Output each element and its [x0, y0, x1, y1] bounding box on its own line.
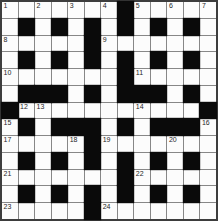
white-cell-r11c6[interactable]	[101, 186, 117, 202]
white-cell-r3c8[interactable]	[134, 52, 150, 68]
clue-number-24: 24	[103, 203, 111, 211]
white-cell-r6c10[interactable]	[167, 103, 183, 119]
clue-number-2: 2	[37, 2, 41, 10]
black-cell-r5c1	[19, 86, 35, 102]
black-cell-r1c7	[118, 19, 134, 35]
white-cell-r10c11[interactable]	[184, 170, 200, 186]
white-cell-r7c0[interactable]: 15	[2, 119, 18, 135]
clue-number-12: 12	[20, 103, 28, 111]
white-cell-r4c12[interactable]	[200, 69, 216, 85]
white-cell-r2c1[interactable]	[19, 36, 35, 52]
white-cell-r8c8[interactable]	[134, 136, 150, 152]
white-cell-r12c8[interactable]	[134, 203, 150, 219]
white-cell-r0c3[interactable]	[52, 2, 68, 18]
black-cell-r7c9	[151, 119, 167, 135]
black-cell-r5c11	[184, 86, 200, 102]
clue-number-5: 5	[136, 2, 140, 10]
black-cell-r3c1	[19, 52, 35, 68]
white-cell-r10c4[interactable]	[68, 170, 84, 186]
white-cell-r4c1[interactable]	[19, 69, 35, 85]
white-cell-r10c8[interactable]: 22	[134, 170, 150, 186]
white-cell-r10c1[interactable]	[19, 170, 35, 186]
white-cell-r12c0[interactable]: 23	[2, 203, 18, 219]
black-cell-r7c4	[68, 119, 84, 135]
white-cell-r4c5[interactable]	[85, 69, 101, 85]
white-cell-r6c9[interactable]	[151, 103, 167, 119]
white-cell-r3c0[interactable]	[2, 52, 18, 68]
white-cell-r4c8[interactable]: 11	[134, 69, 150, 85]
white-cell-r6c11[interactable]	[184, 103, 200, 119]
white-cell-r7c2[interactable]	[35, 119, 51, 135]
white-cell-r0c10[interactable]: 6	[167, 2, 183, 18]
white-cell-r9c8[interactable]	[134, 153, 150, 169]
white-cell-r12c11[interactable]	[184, 203, 200, 219]
white-cell-r12c7[interactable]	[118, 203, 134, 219]
white-cell-r2c12[interactable]	[200, 36, 216, 52]
white-cell-r8c3[interactable]	[52, 136, 68, 152]
white-cell-r10c9[interactable]	[151, 170, 167, 186]
white-cell-r1c0[interactable]	[2, 19, 18, 35]
white-cell-r6c2[interactable]: 13	[35, 103, 51, 119]
white-cell-r2c10[interactable]	[167, 36, 183, 52]
white-cell-r5c10[interactable]	[167, 86, 183, 102]
white-cell-r2c6[interactable]: 9	[101, 36, 117, 52]
white-cell-r3c2[interactable]	[35, 52, 51, 68]
white-cell-r1c6[interactable]	[101, 19, 117, 35]
white-cell-r4c3[interactable]	[52, 69, 68, 85]
black-cell-r11c1	[19, 186, 35, 202]
clue-number-10: 10	[4, 69, 12, 77]
white-cell-r2c7[interactable]	[118, 36, 134, 52]
white-cell-r0c8[interactable]: 5	[134, 2, 150, 18]
black-cell-r3c7	[118, 52, 134, 68]
black-cell-r1c11	[184, 19, 200, 35]
clue-number-15: 15	[4, 119, 12, 127]
white-cell-r8c2[interactable]	[35, 136, 51, 152]
white-cell-r10c3[interactable]	[52, 170, 68, 186]
black-cell-r10c7	[118, 170, 134, 186]
white-cell-r6c6[interactable]	[101, 103, 117, 119]
white-cell-r0c5[interactable]	[85, 2, 101, 18]
white-cell-r9c2[interactable]	[35, 153, 51, 169]
white-cell-r12c10[interactable]	[167, 203, 183, 219]
black-cell-r5c8	[134, 86, 150, 102]
white-cell-r8c1[interactable]	[19, 136, 35, 152]
white-cell-r7c6[interactable]	[101, 119, 117, 135]
white-cell-r10c0[interactable]: 21	[2, 170, 18, 186]
clue-number-17: 17	[4, 136, 12, 144]
black-cell-r5c3	[52, 86, 68, 102]
black-cell-r7c11	[184, 119, 200, 135]
white-cell-r6c1[interactable]: 12	[19, 103, 35, 119]
black-cell-r11c7	[118, 186, 134, 202]
white-cell-r4c2[interactable]	[35, 69, 51, 85]
black-cell-r3c11	[184, 52, 200, 68]
white-cell-r1c8[interactable]	[134, 19, 150, 35]
clue-number-9: 9	[103, 36, 107, 44]
white-cell-r12c9[interactable]	[151, 203, 167, 219]
black-cell-r5c7	[118, 86, 134, 102]
white-cell-r6c3[interactable]	[52, 103, 68, 119]
white-cell-r6c8[interactable]: 14	[134, 103, 150, 119]
black-cell-r1c5	[85, 19, 101, 35]
white-cell-r7c8[interactable]	[134, 119, 150, 135]
white-cell-r11c2[interactable]	[35, 186, 51, 202]
black-cell-r7c5	[85, 119, 101, 135]
white-cell-r2c11[interactable]	[184, 36, 200, 52]
white-cell-r1c2[interactable]	[35, 19, 51, 35]
white-cell-r0c4[interactable]: 3	[68, 2, 84, 18]
black-cell-r9c7	[118, 153, 134, 169]
white-cell-r3c4[interactable]	[68, 52, 84, 68]
white-cell-r4c10[interactable]	[167, 69, 183, 85]
white-cell-r0c1[interactable]	[19, 2, 35, 18]
black-cell-r7c1	[19, 119, 35, 135]
white-cell-r0c2[interactable]: 2	[35, 2, 51, 18]
black-cell-r3c9	[151, 52, 167, 68]
white-cell-r9c10[interactable]	[167, 153, 183, 169]
white-cell-r2c4[interactable]	[68, 36, 84, 52]
black-cell-r9c11	[184, 153, 200, 169]
white-cell-r3c12[interactable]	[200, 52, 216, 68]
clue-number-13: 13	[37, 103, 45, 111]
white-cell-r2c2[interactable]	[35, 36, 51, 52]
black-cell-r9c3	[52, 153, 68, 169]
clue-number-20: 20	[169, 136, 177, 144]
black-cell-r6c12	[200, 103, 216, 119]
white-cell-r0c0[interactable]: 1	[2, 2, 18, 18]
white-cell-r6c4[interactable]	[68, 103, 84, 119]
white-cell-r11c10[interactable]	[167, 186, 183, 202]
white-cell-r6c7[interactable]	[118, 103, 134, 119]
white-cell-r10c6[interactable]	[101, 170, 117, 186]
clue-number-16: 16	[202, 119, 210, 127]
white-cell-r10c5[interactable]	[85, 170, 101, 186]
white-cell-r10c10[interactable]	[167, 170, 183, 186]
white-cell-r3c6[interactable]	[101, 52, 117, 68]
white-cell-r9c6[interactable]	[101, 153, 117, 169]
white-cell-r10c12[interactable]	[200, 170, 216, 186]
black-cell-r0c7	[118, 2, 134, 18]
white-cell-r11c0[interactable]	[2, 186, 18, 202]
white-cell-r8c9[interactable]	[151, 136, 167, 152]
black-cell-r1c3	[52, 19, 68, 35]
clue-number-4: 4	[103, 2, 107, 10]
white-cell-r0c9[interactable]	[151, 2, 167, 18]
white-cell-r2c3[interactable]	[52, 36, 68, 52]
black-cell-r5c9	[151, 86, 167, 102]
clue-number-18: 18	[70, 136, 78, 144]
black-cell-r12c5	[85, 203, 101, 219]
white-cell-r12c2[interactable]	[35, 203, 51, 219]
white-cell-r4c6[interactable]	[101, 69, 117, 85]
black-cell-r11c11	[184, 186, 200, 202]
white-cell-r8c4[interactable]: 18	[68, 136, 84, 152]
white-cell-r5c4[interactable]	[68, 86, 84, 102]
white-cell-r0c11[interactable]	[184, 2, 200, 18]
white-cell-r11c4[interactable]	[68, 186, 84, 202]
white-cell-r4c4[interactable]	[68, 69, 84, 85]
white-cell-r12c4[interactable]	[68, 203, 84, 219]
black-cell-r7c3	[52, 119, 68, 135]
white-cell-r2c9[interactable]	[151, 36, 167, 52]
black-cell-r7c7	[118, 119, 134, 135]
clue-number-1: 1	[4, 2, 8, 10]
white-cell-r5c12[interactable]	[200, 86, 216, 102]
white-cell-r2c8[interactable]	[134, 36, 150, 52]
black-cell-r7c10	[167, 119, 183, 135]
white-cell-r5c0[interactable]	[2, 86, 18, 102]
black-cell-r5c2	[35, 86, 51, 102]
clue-number-11: 11	[136, 69, 143, 77]
black-cell-r5c5	[85, 86, 101, 102]
clue-number-22: 22	[136, 170, 144, 178]
white-cell-r8c6[interactable]: 19	[101, 136, 117, 152]
black-cell-r11c9	[151, 186, 167, 202]
white-cell-r8c12[interactable]	[200, 136, 216, 152]
black-cell-r4c7	[118, 69, 134, 85]
white-cell-r5c6[interactable]	[101, 86, 117, 102]
white-cell-r9c12[interactable]	[200, 153, 216, 169]
black-cell-r9c5	[85, 153, 101, 169]
clue-number-21: 21	[4, 170, 12, 178]
white-cell-r4c0[interactable]: 10	[2, 69, 18, 85]
white-cell-r1c10[interactable]	[167, 19, 183, 35]
crossword-grid: 123456789101112131415161718192021222324	[0, 0, 218, 221]
black-cell-r9c9	[151, 153, 167, 169]
black-cell-r2c5	[85, 36, 101, 52]
white-cell-r9c4[interactable]	[68, 153, 84, 169]
white-cell-r8c10[interactable]: 20	[167, 136, 183, 152]
black-cell-r11c5	[85, 186, 101, 202]
white-cell-r0c6[interactable]: 4	[101, 2, 117, 18]
clue-number-8: 8	[4, 36, 8, 44]
black-cell-r1c9	[151, 19, 167, 35]
black-cell-r11c3	[52, 186, 68, 202]
white-cell-r7c12[interactable]: 16	[200, 119, 216, 135]
white-cell-r8c0[interactable]: 17	[2, 136, 18, 152]
white-cell-r8c11[interactable]	[184, 136, 200, 152]
white-cell-r12c1[interactable]	[19, 203, 35, 219]
black-cell-r9c1	[19, 153, 35, 169]
clue-number-19: 19	[103, 136, 111, 144]
white-cell-r1c12[interactable]	[200, 19, 216, 35]
white-cell-r3c10[interactable]	[167, 52, 183, 68]
clue-number-14: 14	[136, 103, 144, 111]
black-cell-r1c1	[19, 19, 35, 35]
white-cell-r2c0[interactable]: 8	[2, 36, 18, 52]
white-cell-r1c4[interactable]	[68, 19, 84, 35]
black-cell-r3c3	[52, 52, 68, 68]
white-cell-r8c7[interactable]	[118, 136, 134, 152]
white-cell-r11c12[interactable]	[200, 186, 216, 202]
white-cell-r4c9[interactable]	[151, 69, 167, 85]
white-cell-r0c12[interactable]: 7	[200, 2, 216, 18]
white-cell-r6c5[interactable]	[85, 103, 101, 119]
black-cell-r6c0	[2, 103, 18, 119]
white-cell-r12c6[interactable]: 24	[101, 203, 117, 219]
white-cell-r12c12[interactable]	[200, 203, 216, 219]
white-cell-r4c11[interactable]	[184, 69, 200, 85]
clue-number-3: 3	[70, 2, 74, 10]
white-cell-r9c0[interactable]	[2, 153, 18, 169]
clue-number-7: 7	[202, 2, 206, 10]
clue-number-6: 6	[169, 2, 173, 10]
white-cell-r10c2[interactable]	[35, 170, 51, 186]
white-cell-r11c8[interactable]	[134, 186, 150, 202]
black-cell-r8c5	[85, 136, 101, 152]
white-cell-r12c3[interactable]	[52, 203, 68, 219]
clue-number-23: 23	[4, 203, 12, 211]
black-cell-r3c5	[85, 52, 101, 68]
